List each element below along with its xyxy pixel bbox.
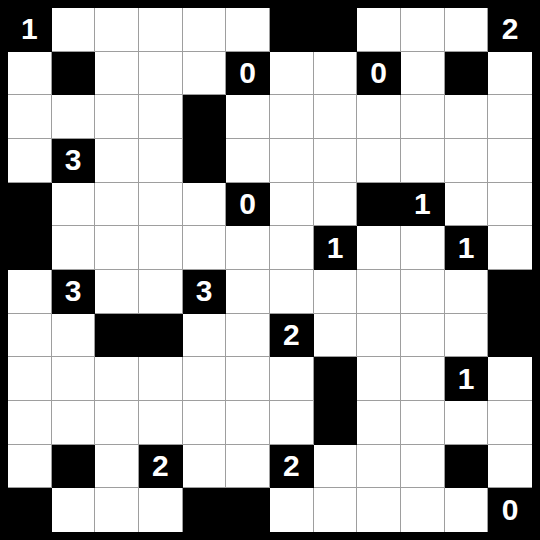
wall-cell-r8c3 (95, 314, 139, 358)
empty-cell-r12c7[interactable] (270, 488, 314, 532)
empty-cell-r12c9[interactable] (357, 488, 401, 532)
puzzle-board: 1200301113321220 (8, 8, 532, 532)
empty-cell-r4c7[interactable] (270, 139, 314, 183)
empty-cell-r7c9[interactable] (357, 270, 401, 314)
wall-cell-r11c11 (445, 445, 489, 489)
empty-cell-r6c4[interactable] (139, 226, 183, 270)
clue-cell-1-r5c10: 1 (401, 183, 445, 227)
wall-cell-r2c11 (445, 52, 489, 96)
empty-cell-r6c3[interactable] (95, 226, 139, 270)
empty-cell-r7c11[interactable] (445, 270, 489, 314)
empty-cell-r4c9[interactable] (357, 139, 401, 183)
empty-cell-r9c3[interactable] (95, 357, 139, 401)
empty-cell-r8c6[interactable] (226, 314, 270, 358)
wall-cell-r8c4 (139, 314, 183, 358)
empty-cell-r7c4[interactable] (139, 270, 183, 314)
empty-cell-r4c3[interactable] (95, 139, 139, 183)
empty-cell-r4c10[interactable] (401, 139, 445, 183)
empty-cell-r10c10[interactable] (401, 401, 445, 445)
clue-cell-0-r5c6: 0 (226, 183, 270, 227)
empty-cell-r10c1[interactable] (8, 401, 52, 445)
empty-cell-r3c1[interactable] (8, 95, 52, 139)
empty-cell-r7c6[interactable] (226, 270, 270, 314)
empty-cell-r8c5[interactable] (183, 314, 227, 358)
empty-cell-r12c3[interactable] (95, 488, 139, 532)
empty-cell-r11c9[interactable] (357, 445, 401, 489)
empty-cell-r6c10[interactable] (401, 226, 445, 270)
clue-cell-3-r4c2: 3 (52, 139, 96, 183)
empty-cell-r4c8[interactable] (314, 139, 358, 183)
clue-cell-0-r2c6: 0 (226, 52, 270, 96)
empty-cell-r10c4[interactable] (139, 401, 183, 445)
wall-cell-r12c1 (8, 488, 52, 532)
empty-cell-r6c5[interactable] (183, 226, 227, 270)
empty-cell-r1c11[interactable] (445, 8, 489, 52)
clue-cell-2-r11c4: 2 (139, 445, 183, 489)
empty-cell-r8c8[interactable] (314, 314, 358, 358)
empty-cell-r3c12[interactable] (488, 95, 532, 139)
wall-cell-r3c5 (183, 95, 227, 139)
empty-cell-r1c5[interactable] (183, 8, 227, 52)
empty-cell-r9c9[interactable] (357, 357, 401, 401)
wall-cell-r2c2 (52, 52, 96, 96)
empty-cell-r9c12[interactable] (488, 357, 532, 401)
empty-cell-r9c10[interactable] (401, 357, 445, 401)
wall-cell-r8c12 (488, 314, 532, 358)
wall-cell-r9c8 (314, 357, 358, 401)
empty-cell-r9c2[interactable] (52, 357, 96, 401)
empty-cell-r10c2[interactable] (52, 401, 96, 445)
empty-cell-r10c11[interactable] (445, 401, 489, 445)
empty-cell-r4c11[interactable] (445, 139, 489, 183)
clue-cell-1-r6c8: 1 (314, 226, 358, 270)
empty-cell-r3c6[interactable] (226, 95, 270, 139)
empty-cell-r11c6[interactable] (226, 445, 270, 489)
empty-cell-r8c1[interactable] (8, 314, 52, 358)
empty-cell-r12c10[interactable] (401, 488, 445, 532)
empty-cell-r7c7[interactable] (270, 270, 314, 314)
empty-cell-r11c12[interactable] (488, 445, 532, 489)
empty-cell-r5c5[interactable] (183, 183, 227, 227)
empty-cell-r7c10[interactable] (401, 270, 445, 314)
empty-cell-r6c12[interactable] (488, 226, 532, 270)
empty-cell-r7c8[interactable] (314, 270, 358, 314)
empty-cell-r1c9[interactable] (357, 8, 401, 52)
empty-cell-r5c7[interactable] (270, 183, 314, 227)
empty-cell-r3c2[interactable] (52, 95, 96, 139)
empty-cell-r2c4[interactable] (139, 52, 183, 96)
wall-cell-r6c1 (8, 226, 52, 270)
empty-cell-r4c1[interactable] (8, 139, 52, 183)
empty-cell-r1c10[interactable] (401, 8, 445, 52)
empty-cell-r10c3[interactable] (95, 401, 139, 445)
empty-cell-r11c8[interactable] (314, 445, 358, 489)
empty-cell-r10c6[interactable] (226, 401, 270, 445)
empty-cell-r8c9[interactable] (357, 314, 401, 358)
empty-cell-r2c3[interactable] (95, 52, 139, 96)
empty-cell-r7c3[interactable] (95, 270, 139, 314)
wall-cell-r5c1 (8, 183, 52, 227)
clue-cell-3-r7c2: 3 (52, 270, 96, 314)
wall-cell-r7c12 (488, 270, 532, 314)
empty-cell-r12c4[interactable] (139, 488, 183, 532)
empty-cell-r4c12[interactable] (488, 139, 532, 183)
empty-cell-r5c3[interactable] (95, 183, 139, 227)
empty-cell-r12c8[interactable] (314, 488, 358, 532)
empty-cell-r10c7[interactable] (270, 401, 314, 445)
empty-cell-r10c9[interactable] (357, 401, 401, 445)
empty-cell-r1c2[interactable] (52, 8, 96, 52)
empty-cell-r5c12[interactable] (488, 183, 532, 227)
empty-cell-r5c2[interactable] (52, 183, 96, 227)
empty-cell-r9c4[interactable] (139, 357, 183, 401)
empty-cell-r1c3[interactable] (95, 8, 139, 52)
empty-cell-r8c2[interactable] (52, 314, 96, 358)
empty-cell-r10c5[interactable] (183, 401, 227, 445)
empty-cell-r12c2[interactable] (52, 488, 96, 532)
empty-cell-r2c1[interactable] (8, 52, 52, 96)
empty-cell-r9c5[interactable] (183, 357, 227, 401)
clue-cell-1-r1c1: 1 (8, 8, 52, 52)
empty-cell-r3c9[interactable] (357, 95, 401, 139)
empty-cell-r7c1[interactable] (8, 270, 52, 314)
empty-cell-r3c3[interactable] (95, 95, 139, 139)
empty-cell-r2c8[interactable] (314, 52, 358, 96)
clue-cell-3-r7c5: 3 (183, 270, 227, 314)
clue-cell-0-r2c9: 0 (357, 52, 401, 96)
empty-cell-r4c4[interactable] (139, 139, 183, 183)
empty-cell-r5c4[interactable] (139, 183, 183, 227)
clue-cell-2-r11c7: 2 (270, 445, 314, 489)
empty-cell-r2c7[interactable] (270, 52, 314, 96)
empty-cell-r9c6[interactable] (226, 357, 270, 401)
empty-cell-r5c8[interactable] (314, 183, 358, 227)
empty-cell-r10c12[interactable] (488, 401, 532, 445)
empty-cell-r11c3[interactable] (95, 445, 139, 489)
empty-cell-r2c5[interactable] (183, 52, 227, 96)
wall-cell-r12c5 (183, 488, 227, 532)
empty-cell-r3c4[interactable] (139, 95, 183, 139)
empty-cell-r8c11[interactable] (445, 314, 489, 358)
empty-cell-r6c2[interactable] (52, 226, 96, 270)
empty-cell-r6c9[interactable] (357, 226, 401, 270)
empty-cell-r5c11[interactable] (445, 183, 489, 227)
wall-cell-r11c2 (52, 445, 96, 489)
clue-cell-1-r6c11: 1 (445, 226, 489, 270)
wall-cell-r12c6 (226, 488, 270, 532)
empty-cell-r3c10[interactable] (401, 95, 445, 139)
empty-cell-r2c12[interactable] (488, 52, 532, 96)
clue-cell-1-r9c11: 1 (445, 357, 489, 401)
empty-cell-r3c8[interactable] (314, 95, 358, 139)
clue-cell-0-r12c12: 0 (488, 488, 532, 532)
empty-cell-r4c6[interactable] (226, 139, 270, 183)
empty-cell-r6c7[interactable] (270, 226, 314, 270)
empty-cell-r11c1[interactable] (8, 445, 52, 489)
empty-cell-r8c10[interactable] (401, 314, 445, 358)
empty-cell-r3c11[interactable] (445, 95, 489, 139)
empty-cell-r11c5[interactable] (183, 445, 227, 489)
wall-cell-r4c5 (183, 139, 227, 183)
wall-cell-r5c9 (357, 183, 401, 227)
clue-cell-2-r1c12: 2 (488, 8, 532, 52)
wall-cell-r1c7 (270, 8, 314, 52)
empty-cell-r1c6[interactable] (226, 8, 270, 52)
empty-cell-r9c7[interactable] (270, 357, 314, 401)
empty-cell-r9c1[interactable] (8, 357, 52, 401)
puzzle-frame: 1200301113321220 (0, 0, 540, 540)
wall-cell-r1c8 (314, 8, 358, 52)
empty-cell-r6c6[interactable] (226, 226, 270, 270)
clue-cell-2-r8c7: 2 (270, 314, 314, 358)
empty-cell-r11c10[interactable] (401, 445, 445, 489)
empty-cell-r3c7[interactable] (270, 95, 314, 139)
empty-cell-r12c11[interactable] (445, 488, 489, 532)
wall-cell-r10c8 (314, 401, 358, 445)
empty-cell-r2c10[interactable] (401, 52, 445, 96)
empty-cell-r1c4[interactable] (139, 8, 183, 52)
